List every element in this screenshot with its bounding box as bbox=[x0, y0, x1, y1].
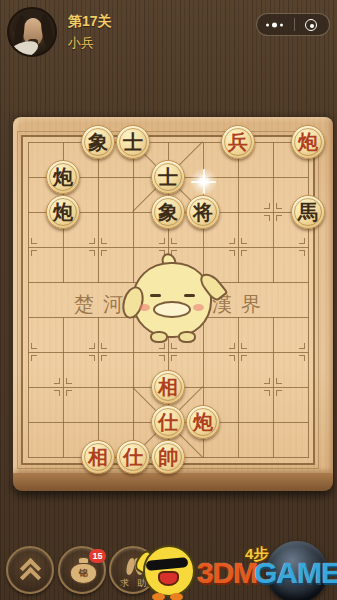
piece-red-soldier[interactable]: 兵 bbox=[221, 125, 255, 159]
chick-foot bbox=[178, 331, 196, 343]
mascot-chick bbox=[128, 254, 218, 346]
piece-red-elephant[interactable]: 相 bbox=[151, 370, 185, 404]
piece-red-advisor[interactable]: 仕 bbox=[116, 440, 150, 474]
piece-red-elephant[interactable]: 相 bbox=[81, 440, 115, 474]
level-title: 第17关 bbox=[68, 13, 112, 31]
player-avatar[interactable] bbox=[7, 7, 57, 57]
chick-eye bbox=[150, 294, 161, 297]
piece-red-cannon[interactable]: 炮 bbox=[291, 125, 325, 159]
chick-foot bbox=[150, 331, 168, 343]
expand-button[interactable] bbox=[6, 546, 54, 594]
chick-beak bbox=[153, 301, 191, 318]
praying-hands-icon bbox=[133, 557, 144, 575]
money-bag-icon: 锦 bbox=[70, 563, 97, 584]
piece-black-cannon[interactable]: 炮 bbox=[46, 195, 80, 229]
dark-sphere-decoration bbox=[266, 541, 328, 600]
chick-eye bbox=[184, 294, 195, 297]
piece-black-elephant[interactable]: 象 bbox=[151, 195, 185, 229]
piece-black-advisor[interactable]: 士 bbox=[151, 160, 185, 194]
tips-bag-button[interactable]: 锦 15 bbox=[58, 546, 106, 594]
chick-cheek bbox=[139, 304, 150, 311]
player-name: 小兵 bbox=[68, 34, 94, 52]
piece-red-general[interactable]: 帥 bbox=[151, 440, 185, 474]
piece-red-cannon[interactable]: 炮 bbox=[186, 405, 220, 439]
more-icon[interactable] bbox=[257, 14, 294, 35]
avatar-hair-strand bbox=[39, 13, 55, 50]
piece-black-cannon[interactable]: 炮 bbox=[46, 160, 80, 194]
app-screen: 第17关 小兵 楚河 漢界 象士兵炮炮士炮象将馬相仕炮相仕帥 bbox=[0, 0, 337, 600]
piece-black-elephant[interactable]: 象 bbox=[81, 125, 115, 159]
chick-cheek bbox=[193, 304, 204, 311]
miniprogram-capsule bbox=[256, 13, 330, 36]
piece-black-horse[interactable]: 馬 bbox=[291, 195, 325, 229]
exit-target-icon[interactable] bbox=[294, 14, 329, 35]
piece-black-advisor[interactable]: 士 bbox=[116, 125, 150, 159]
help-button[interactable]: 求助 bbox=[109, 546, 157, 594]
step-counter: 4步 bbox=[245, 545, 268, 564]
piece-black-general[interactable]: 将 bbox=[186, 195, 220, 229]
help-label: 求助 bbox=[111, 577, 155, 590]
board-edge-bevel bbox=[13, 473, 333, 491]
chick-body bbox=[132, 262, 212, 338]
tips-count-badge: 15 bbox=[89, 549, 106, 563]
piece-red-advisor[interactable]: 仕 bbox=[151, 405, 185, 439]
